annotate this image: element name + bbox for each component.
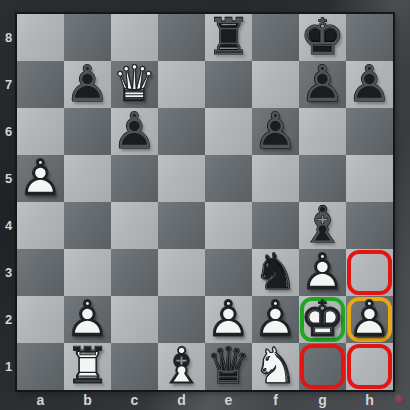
square-h2[interactable]: ♟♙ (346, 296, 393, 343)
piece-detail-black-pawn-f6: ♙ (252, 108, 299, 155)
square-g7[interactable]: ♟♙ (299, 61, 346, 108)
square-a3[interactable] (17, 249, 64, 296)
square-c2[interactable] (111, 296, 158, 343)
square-f2[interactable]: ♟♙ (252, 296, 299, 343)
rank-label-4: 4 (0, 202, 17, 249)
file-label-f: f (252, 390, 299, 410)
square-g1[interactable] (299, 343, 346, 390)
piece-detail-white-king-g2: ♔ (299, 296, 346, 343)
rank-label-1: 1 (0, 343, 17, 390)
square-c7[interactable]: ♛♕ (111, 61, 158, 108)
highlight-red-h3 (347, 250, 392, 295)
piece-detail-white-pawn-b2: ♙ (64, 296, 111, 343)
square-f7[interactable] (252, 61, 299, 108)
file-label-h: h (346, 390, 393, 410)
square-a1[interactable] (17, 343, 64, 390)
piece-detail-white-queen-c7: ♕ (111, 61, 158, 108)
square-b8[interactable] (64, 14, 111, 61)
square-a8[interactable] (17, 14, 64, 61)
square-g6[interactable] (299, 108, 346, 155)
piece-detail-black-pawn-g7: ♙ (299, 61, 346, 108)
rank-label-5: 5 (0, 155, 17, 202)
square-h6[interactable] (346, 108, 393, 155)
square-a5[interactable]: ♟♙ (17, 155, 64, 202)
piece-detail-black-pawn-c6: ♙ (111, 108, 158, 155)
square-d8[interactable] (158, 14, 205, 61)
piece-detail-black-knight-f3: ♘ (252, 249, 299, 296)
chess-diagram: 87654321 ♜♖♚♔♟♙♛♕♟♙♟♙♟♙♟♙♟♙♝♗♞♘♟♙♟♙♟♙♟♙♚… (0, 0, 410, 410)
square-f8[interactable] (252, 14, 299, 61)
square-a7[interactable] (17, 61, 64, 108)
piece-detail-black-king-g8: ♔ (299, 14, 346, 61)
square-a4[interactable] (17, 202, 64, 249)
file-label-e: e (205, 390, 252, 410)
square-e6[interactable] (205, 108, 252, 155)
square-h8[interactable] (346, 14, 393, 61)
square-d1[interactable]: ♝♗ (158, 343, 205, 390)
square-c1[interactable] (111, 343, 158, 390)
rank-label-7: 7 (0, 61, 17, 108)
file-label-d: d (158, 390, 205, 410)
square-d2[interactable] (158, 296, 205, 343)
square-g3[interactable]: ♟♙ (299, 249, 346, 296)
square-b4[interactable] (64, 202, 111, 249)
piece-detail-white-bishop-d1: ♗ (158, 343, 205, 390)
square-c6[interactable]: ♟♙ (111, 108, 158, 155)
square-e4[interactable] (205, 202, 252, 249)
square-b1[interactable]: ♜♖ (64, 343, 111, 390)
square-d5[interactable] (158, 155, 205, 202)
square-g4[interactable]: ♝♗ (299, 202, 346, 249)
square-f5[interactable] (252, 155, 299, 202)
square-f6[interactable]: ♟♙ (252, 108, 299, 155)
rank-label-6: 6 (0, 108, 17, 155)
square-e1[interactable]: ♛♕ (205, 343, 252, 390)
square-g2[interactable]: ♚♔ (299, 296, 346, 343)
square-c8[interactable] (111, 14, 158, 61)
square-f1[interactable]: ♞♘ (252, 343, 299, 390)
square-d3[interactable] (158, 249, 205, 296)
file-label-b: b (64, 390, 111, 410)
piece-detail-white-pawn-e2: ♙ (205, 296, 252, 343)
highlight-red-h1 (347, 344, 392, 389)
piece-detail-white-pawn-g3: ♙ (299, 249, 346, 296)
square-b2[interactable]: ♟♙ (64, 296, 111, 343)
square-c5[interactable] (111, 155, 158, 202)
piece-detail-white-knight-f1: ♘ (252, 343, 299, 390)
square-b7[interactable]: ♟♙ (64, 61, 111, 108)
highlight-red-g1 (300, 344, 345, 389)
file-label-c: c (111, 390, 158, 410)
file-labels: abcdefgh (17, 390, 393, 410)
piece-detail-black-pawn-h7: ♙ (346, 61, 393, 108)
square-c3[interactable] (111, 249, 158, 296)
piece-detail-white-pawn-f2: ♙ (252, 296, 299, 343)
square-d4[interactable] (158, 202, 205, 249)
square-a2[interactable] (17, 296, 64, 343)
square-e7[interactable] (205, 61, 252, 108)
piece-detail-black-rook-e8: ♖ (205, 14, 252, 61)
square-g8[interactable]: ♚♔ (299, 14, 346, 61)
square-h5[interactable] (346, 155, 393, 202)
square-d7[interactable] (158, 61, 205, 108)
square-f4[interactable] (252, 202, 299, 249)
square-f3[interactable]: ♞♘ (252, 249, 299, 296)
square-e2[interactable]: ♟♙ (205, 296, 252, 343)
square-h1[interactable] (346, 343, 393, 390)
square-e8[interactable]: ♜♖ (205, 14, 252, 61)
piece-detail-black-queen-e1: ♕ (205, 343, 252, 390)
square-b5[interactable] (64, 155, 111, 202)
file-label-g: g (299, 390, 346, 410)
square-h4[interactable] (346, 202, 393, 249)
square-e3[interactable] (205, 249, 252, 296)
piece-detail-black-pawn-b7: ♙ (64, 61, 111, 108)
square-e5[interactable] (205, 155, 252, 202)
piece-detail-white-pawn-a5: ♙ (17, 155, 64, 202)
square-g5[interactable] (299, 155, 346, 202)
square-a6[interactable] (17, 108, 64, 155)
square-h7[interactable]: ♟♙ (346, 61, 393, 108)
rank-labels: 87654321 (0, 14, 17, 390)
piece-detail-white-rook-b1: ♖ (64, 343, 111, 390)
rank-label-3: 3 (0, 249, 17, 296)
file-label-a: a (17, 390, 64, 410)
logo-dot (394, 394, 405, 405)
rank-label-8: 8 (0, 14, 17, 61)
square-b3[interactable] (64, 249, 111, 296)
square-d6[interactable] (158, 108, 205, 155)
chess-board[interactable]: ♜♖♚♔♟♙♛♕♟♙♟♙♟♙♟♙♟♙♝♗♞♘♟♙♟♙♟♙♟♙♚♔♟♙♜♖♝♗♛♕… (17, 14, 393, 390)
square-h3[interactable] (346, 249, 393, 296)
rank-label-2: 2 (0, 296, 17, 343)
piece-detail-white-pawn-h2: ♙ (346, 296, 393, 343)
square-c4[interactable] (111, 202, 158, 249)
square-b6[interactable] (64, 108, 111, 155)
piece-detail-black-bishop-g4: ♗ (299, 202, 346, 249)
